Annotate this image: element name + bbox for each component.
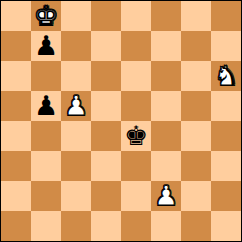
black-pawn[interactable]: ♟ [34,91,58,121]
square-a8[interactable] [1,1,31,31]
square-g4[interactable] [181,121,211,151]
white-knight[interactable]: ♞ [214,61,238,91]
square-d5[interactable] [91,91,121,121]
square-f1[interactable] [151,211,181,241]
square-e5[interactable] [121,91,151,121]
black-king[interactable]: ♚ [124,121,148,151]
square-b4[interactable] [31,121,61,151]
square-d7[interactable] [91,31,121,61]
square-g6[interactable] [181,61,211,91]
white-pawn[interactable]: ♟ [154,181,178,211]
square-a4[interactable] [1,121,31,151]
square-d1[interactable] [91,211,121,241]
square-a2[interactable] [1,181,31,211]
square-e7[interactable] [121,31,151,61]
square-a1[interactable] [1,211,31,241]
square-g2[interactable] [181,181,211,211]
square-h6[interactable]: ♞ [211,61,241,91]
square-h5[interactable] [211,91,241,121]
square-a7[interactable] [1,31,31,61]
square-c5[interactable]: ♟ [61,91,91,121]
square-b3[interactable] [31,151,61,181]
square-h4[interactable] [211,121,241,151]
square-a5[interactable] [1,91,31,121]
chess-board-frame: ♚♟♞♟♟♚♟ [0,0,242,242]
square-c7[interactable] [61,31,91,61]
square-f3[interactable] [151,151,181,181]
square-b1[interactable] [31,211,61,241]
square-f7[interactable] [151,31,181,61]
square-f8[interactable] [151,1,181,31]
square-d2[interactable] [91,181,121,211]
white-pawn[interactable]: ♟ [64,91,88,121]
square-h1[interactable] [211,211,241,241]
square-g8[interactable] [181,1,211,31]
square-c8[interactable] [61,1,91,31]
square-g7[interactable] [181,31,211,61]
square-d6[interactable] [91,61,121,91]
square-c4[interactable] [61,121,91,151]
square-g5[interactable] [181,91,211,121]
square-h3[interactable] [211,151,241,181]
square-h7[interactable] [211,31,241,61]
square-d8[interactable] [91,1,121,31]
chess-board: ♚♟♞♟♟♚♟ [1,1,241,241]
square-e1[interactable] [121,211,151,241]
square-e8[interactable] [121,1,151,31]
square-e2[interactable] [121,181,151,211]
square-b2[interactable] [31,181,61,211]
square-c3[interactable] [61,151,91,181]
square-c6[interactable] [61,61,91,91]
square-b5[interactable]: ♟ [31,91,61,121]
square-b8[interactable]: ♚ [31,1,61,31]
square-g3[interactable] [181,151,211,181]
square-e4[interactable]: ♚ [121,121,151,151]
square-c1[interactable] [61,211,91,241]
square-f5[interactable] [151,91,181,121]
square-d4[interactable] [91,121,121,151]
square-a3[interactable] [1,151,31,181]
square-a6[interactable] [1,61,31,91]
square-h8[interactable] [211,1,241,31]
square-c2[interactable] [61,181,91,211]
square-g1[interactable] [181,211,211,241]
white-king[interactable]: ♚ [34,1,58,31]
square-e6[interactable] [121,61,151,91]
square-b6[interactable] [31,61,61,91]
square-f6[interactable] [151,61,181,91]
square-f4[interactable] [151,121,181,151]
square-h2[interactable] [211,181,241,211]
square-d3[interactable] [91,151,121,181]
square-e3[interactable] [121,151,151,181]
square-b7[interactable]: ♟ [31,31,61,61]
black-pawn[interactable]: ♟ [34,31,58,61]
square-f2[interactable]: ♟ [151,181,181,211]
